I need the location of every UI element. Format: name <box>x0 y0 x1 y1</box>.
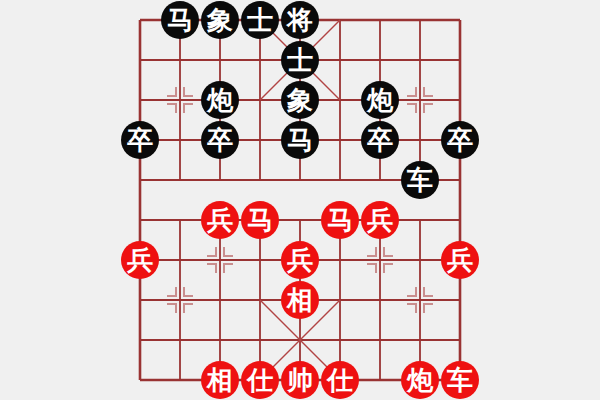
piece-red-advisor[interactable]: 仕 <box>241 361 279 399</box>
intersection-f3r0[interactable]: 士 <box>240 0 280 40</box>
intersection-f3r8[interactable] <box>240 320 280 360</box>
intersection-f1r5[interactable] <box>160 200 200 240</box>
piece-black-chariot[interactable]: 车 <box>401 161 439 199</box>
intersection-f2r5[interactable]: 兵 <box>200 200 240 240</box>
piece-red-chariot[interactable]: 车 <box>441 361 479 399</box>
intersection-f6r9[interactable] <box>360 360 400 400</box>
intersection-f4r8[interactable] <box>280 320 320 360</box>
intersection-f2r1[interactable] <box>200 40 240 80</box>
intersection-f6r6[interactable] <box>360 240 400 280</box>
intersection-f8r6[interactable]: 兵 <box>440 240 480 280</box>
piece-red-elephant[interactable]: 相 <box>201 361 239 399</box>
intersection-f8r4[interactable] <box>440 160 480 200</box>
intersection-f3r9[interactable]: 仕 <box>240 360 280 400</box>
intersection-f6r4[interactable] <box>360 160 400 200</box>
intersection-f4r0[interactable]: 将 <box>280 0 320 40</box>
intersection-f8r0[interactable] <box>440 0 480 40</box>
intersection-f5r3[interactable] <box>320 120 360 160</box>
piece-black-elephant[interactable]: 象 <box>281 81 319 119</box>
piece-red-soldier[interactable]: 兵 <box>121 241 159 279</box>
intersection-f3r1[interactable] <box>240 40 280 80</box>
intersection-f0r4[interactable] <box>120 160 160 200</box>
piece-red-horse[interactable]: 马 <box>321 201 359 239</box>
intersection-f2r3[interactable]: 卒 <box>200 120 240 160</box>
piece-black-cannon[interactable]: 炮 <box>361 81 399 119</box>
intersection-f6r7[interactable] <box>360 280 400 320</box>
intersection-f3r4[interactable] <box>240 160 280 200</box>
intersection-f6r8[interactable] <box>360 320 400 360</box>
intersection-f0r0[interactable] <box>120 0 160 40</box>
board-grid: 马象士将士炮象炮卒卒马卒卒车兵马马兵兵兵兵相相仕帅仕炮车 <box>120 0 480 400</box>
piece-red-elephant[interactable]: 相 <box>281 281 319 319</box>
intersection-f8r3[interactable]: 卒 <box>440 120 480 160</box>
intersection-f0r3[interactable]: 卒 <box>120 120 160 160</box>
piece-black-advisor[interactable]: 士 <box>241 1 279 39</box>
intersection-f3r7[interactable] <box>240 280 280 320</box>
piece-red-horse[interactable]: 马 <box>241 201 279 239</box>
piece-black-soldier[interactable]: 卒 <box>201 121 239 159</box>
intersection-f3r5[interactable]: 马 <box>240 200 280 240</box>
intersection-f5r2[interactable] <box>320 80 360 120</box>
intersection-f4r5[interactable] <box>280 200 320 240</box>
piece-black-soldier[interactable]: 卒 <box>441 121 479 159</box>
intersection-f7r8[interactable] <box>400 320 440 360</box>
intersection-f1r4[interactable] <box>160 160 200 200</box>
intersection-f8r9[interactable]: 车 <box>440 360 480 400</box>
intersection-f2r6[interactable] <box>200 240 240 280</box>
intersection-f0r6[interactable]: 兵 <box>120 240 160 280</box>
piece-red-advisor[interactable]: 仕 <box>321 361 359 399</box>
intersection-f5r7[interactable] <box>320 280 360 320</box>
intersection-f1r8[interactable] <box>160 320 200 360</box>
piece-black-advisor[interactable]: 士 <box>281 41 319 79</box>
intersection-f1r7[interactable] <box>160 280 200 320</box>
intersection-f4r6[interactable]: 兵 <box>280 240 320 280</box>
intersection-f7r4[interactable]: 车 <box>400 160 440 200</box>
intersection-f7r0[interactable] <box>400 0 440 40</box>
intersection-f5r6[interactable] <box>320 240 360 280</box>
intersection-f1r3[interactable] <box>160 120 200 160</box>
intersection-f4r2[interactable]: 象 <box>280 80 320 120</box>
intersection-f5r4[interactable] <box>320 160 360 200</box>
piece-red-soldier[interactable]: 兵 <box>201 201 239 239</box>
intersection-f0r7[interactable] <box>120 280 160 320</box>
intersection-f7r7[interactable] <box>400 280 440 320</box>
piece-red-cannon[interactable]: 炮 <box>401 361 439 399</box>
intersection-f1r9[interactable] <box>160 360 200 400</box>
intersection-f1r6[interactable] <box>160 240 200 280</box>
intersection-f8r5[interactable] <box>440 200 480 240</box>
piece-red-soldier[interactable]: 兵 <box>361 201 399 239</box>
intersection-f6r2[interactable]: 炮 <box>360 80 400 120</box>
piece-red-general[interactable]: 帅 <box>281 361 319 399</box>
intersection-f6r3[interactable]: 卒 <box>360 120 400 160</box>
piece-black-horse[interactable]: 马 <box>281 121 319 159</box>
piece-black-cannon[interactable]: 炮 <box>201 81 239 119</box>
intersection-f5r8[interactable] <box>320 320 360 360</box>
intersection-f2r2[interactable]: 炮 <box>200 80 240 120</box>
intersection-f6r0[interactable] <box>360 0 400 40</box>
intersection-f5r0[interactable] <box>320 0 360 40</box>
intersection-f2r8[interactable] <box>200 320 240 360</box>
intersection-f4r7[interactable]: 相 <box>280 280 320 320</box>
intersection-f7r9[interactable]: 炮 <box>400 360 440 400</box>
intersection-f0r8[interactable] <box>120 320 160 360</box>
intersection-f8r2[interactable] <box>440 80 480 120</box>
intersection-f1r1[interactable] <box>160 40 200 80</box>
intersection-f7r2[interactable] <box>400 80 440 120</box>
intersection-f3r2[interactable] <box>240 80 280 120</box>
intersection-f8r8[interactable] <box>440 320 480 360</box>
intersection-f0r1[interactable] <box>120 40 160 80</box>
intersection-f0r2[interactable] <box>120 80 160 120</box>
intersection-f1r2[interactable] <box>160 80 200 120</box>
intersection-f6r5[interactable]: 兵 <box>360 200 400 240</box>
intersection-f5r5[interactable]: 马 <box>320 200 360 240</box>
intersection-f2r7[interactable] <box>200 280 240 320</box>
intersection-f2r9[interactable]: 相 <box>200 360 240 400</box>
intersection-f2r0[interactable]: 象 <box>200 0 240 40</box>
intersection-f7r6[interactable] <box>400 240 440 280</box>
intersection-f8r1[interactable] <box>440 40 480 80</box>
intersection-f6r1[interactable] <box>360 40 400 80</box>
piece-red-soldier[interactable]: 兵 <box>281 241 319 279</box>
intersection-f0r5[interactable] <box>120 200 160 240</box>
piece-black-general[interactable]: 将 <box>281 1 319 39</box>
intersection-f7r1[interactable] <box>400 40 440 80</box>
intersection-f7r3[interactable] <box>400 120 440 160</box>
intersection-f3r3[interactable] <box>240 120 280 160</box>
intersection-f5r1[interactable] <box>320 40 360 80</box>
intersection-f4r9[interactable]: 帅 <box>280 360 320 400</box>
intersection-f0r9[interactable] <box>120 360 160 400</box>
xiangqi-board: 马象士将士炮象炮卒卒马卒卒车兵马马兵兵兵兵相相仕帅仕炮车 <box>0 0 600 400</box>
piece-red-soldier[interactable]: 兵 <box>441 241 479 279</box>
intersection-f7r5[interactable] <box>400 200 440 240</box>
intersection-f4r3[interactable]: 马 <box>280 120 320 160</box>
intersection-f2r4[interactable] <box>200 160 240 200</box>
piece-black-elephant[interactable]: 象 <box>201 1 239 39</box>
intersection-f3r6[interactable] <box>240 240 280 280</box>
piece-black-horse[interactable]: 马 <box>161 1 199 39</box>
intersection-f4r4[interactable] <box>280 160 320 200</box>
piece-black-soldier[interactable]: 卒 <box>361 121 399 159</box>
intersection-f1r0[interactable]: 马 <box>160 0 200 40</box>
intersection-f4r1[interactable]: 士 <box>280 40 320 80</box>
piece-black-soldier[interactable]: 卒 <box>121 121 159 159</box>
intersection-f8r7[interactable] <box>440 280 480 320</box>
intersection-f5r9[interactable]: 仕 <box>320 360 360 400</box>
